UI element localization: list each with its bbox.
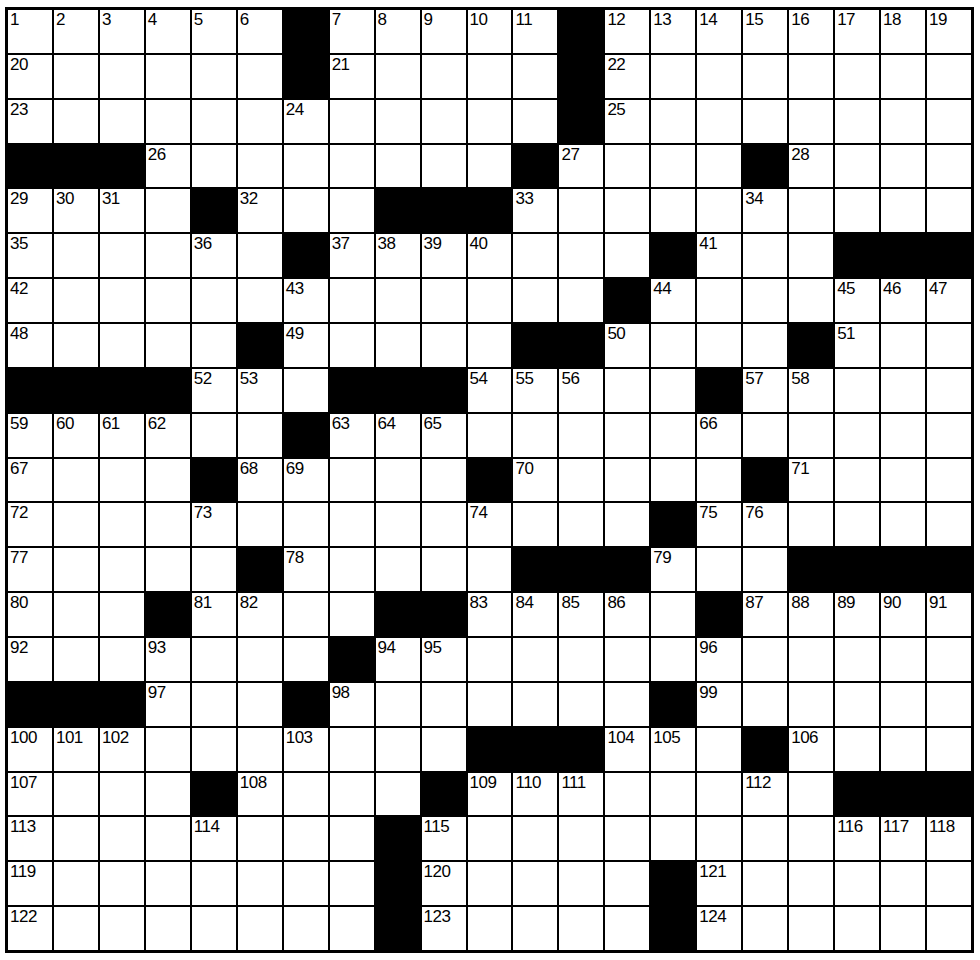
- white-square[interactable]: 83: [468, 593, 512, 636]
- white-square[interactable]: [835, 503, 879, 546]
- white-square[interactable]: [697, 145, 741, 188]
- white-square[interactable]: [238, 55, 282, 98]
- white-square[interactable]: 56: [559, 369, 603, 412]
- white-square[interactable]: 32: [238, 189, 282, 232]
- white-square[interactable]: [605, 234, 649, 277]
- white-square[interactable]: [54, 100, 98, 143]
- white-square[interactable]: 15: [743, 10, 787, 53]
- white-square[interactable]: [743, 55, 787, 98]
- white-square[interactable]: [559, 638, 603, 681]
- white-square[interactable]: 85: [559, 593, 603, 636]
- white-square[interactable]: [146, 100, 190, 143]
- white-square[interactable]: [651, 593, 695, 636]
- white-square[interactable]: 7: [330, 10, 374, 53]
- white-square[interactable]: 58: [789, 369, 833, 412]
- white-square[interactable]: [651, 817, 695, 860]
- white-square[interactable]: [192, 638, 236, 681]
- white-square[interactable]: 48: [8, 324, 52, 367]
- white-square[interactable]: 100: [8, 728, 52, 771]
- white-square[interactable]: 22: [605, 55, 649, 98]
- white-square[interactable]: [697, 817, 741, 860]
- white-square[interactable]: [146, 55, 190, 98]
- white-square[interactable]: 102: [100, 728, 144, 771]
- white-square[interactable]: [743, 862, 787, 905]
- white-square[interactable]: [559, 683, 603, 726]
- white-square[interactable]: [376, 145, 420, 188]
- white-square[interactable]: 113: [8, 817, 52, 860]
- white-square[interactable]: 36: [192, 234, 236, 277]
- white-square[interactable]: 121: [697, 862, 741, 905]
- white-square[interactable]: [697, 279, 741, 322]
- white-square[interactable]: 86: [605, 593, 649, 636]
- white-square[interactable]: [559, 817, 603, 860]
- white-square[interactable]: 28: [789, 145, 833, 188]
- white-square[interactable]: 68: [238, 459, 282, 502]
- white-square[interactable]: [422, 459, 466, 502]
- white-square[interactable]: [100, 503, 144, 546]
- white-square[interactable]: [54, 459, 98, 502]
- white-square[interactable]: [468, 55, 512, 98]
- white-square[interactable]: [192, 907, 236, 950]
- white-square[interactable]: 95: [422, 638, 466, 681]
- white-square[interactable]: [54, 593, 98, 636]
- white-square[interactable]: 101: [54, 728, 98, 771]
- white-square[interactable]: [192, 145, 236, 188]
- white-square[interactable]: [743, 817, 787, 860]
- white-square[interactable]: [743, 907, 787, 950]
- white-square[interactable]: [54, 907, 98, 950]
- white-square[interactable]: [284, 638, 328, 681]
- white-square[interactable]: 114: [192, 817, 236, 860]
- white-square[interactable]: 57: [743, 369, 787, 412]
- white-square[interactable]: [697, 100, 741, 143]
- white-square[interactable]: [789, 55, 833, 98]
- white-square[interactable]: [376, 773, 420, 816]
- white-square[interactable]: [100, 459, 144, 502]
- white-square[interactable]: 124: [697, 907, 741, 950]
- white-square[interactable]: 60: [54, 414, 98, 457]
- white-square[interactable]: [559, 862, 603, 905]
- white-square[interactable]: [468, 414, 512, 457]
- white-square[interactable]: [192, 683, 236, 726]
- white-square[interactable]: [881, 324, 925, 367]
- white-square[interactable]: [192, 55, 236, 98]
- white-square[interactable]: [927, 907, 971, 950]
- white-square[interactable]: 9: [422, 10, 466, 53]
- white-square[interactable]: [146, 862, 190, 905]
- white-square[interactable]: 55: [513, 369, 557, 412]
- white-square[interactable]: [789, 279, 833, 322]
- white-square[interactable]: 35: [8, 234, 52, 277]
- white-square[interactable]: 84: [513, 593, 557, 636]
- white-square[interactable]: [605, 459, 649, 502]
- white-square[interactable]: 118: [927, 817, 971, 860]
- white-square[interactable]: [330, 593, 374, 636]
- white-square[interactable]: 82: [238, 593, 282, 636]
- white-square[interactable]: 106: [789, 728, 833, 771]
- white-square[interactable]: [927, 100, 971, 143]
- white-square[interactable]: [422, 279, 466, 322]
- white-square[interactable]: [743, 324, 787, 367]
- white-square[interactable]: 44: [651, 279, 695, 322]
- white-square[interactable]: [789, 414, 833, 457]
- white-square[interactable]: [927, 503, 971, 546]
- white-square[interactable]: [376, 279, 420, 322]
- white-square[interactable]: [468, 907, 512, 950]
- white-square[interactable]: 6: [238, 10, 282, 53]
- white-square[interactable]: 105: [651, 728, 695, 771]
- white-square[interactable]: 97: [146, 683, 190, 726]
- white-square[interactable]: [422, 683, 466, 726]
- white-square[interactable]: [559, 234, 603, 277]
- white-square[interactable]: 117: [881, 817, 925, 860]
- white-square[interactable]: [238, 145, 282, 188]
- white-square[interactable]: 112: [743, 773, 787, 816]
- white-square[interactable]: 74: [468, 503, 512, 546]
- white-square[interactable]: [100, 548, 144, 591]
- white-square[interactable]: 77: [8, 548, 52, 591]
- white-square[interactable]: [743, 279, 787, 322]
- white-square[interactable]: [238, 907, 282, 950]
- white-square[interactable]: [422, 145, 466, 188]
- white-square[interactable]: [697, 459, 741, 502]
- white-square[interactable]: [146, 324, 190, 367]
- white-square[interactable]: 47: [927, 279, 971, 322]
- white-square[interactable]: 29: [8, 189, 52, 232]
- white-square[interactable]: [146, 548, 190, 591]
- white-square[interactable]: [559, 907, 603, 950]
- white-square[interactable]: [422, 728, 466, 771]
- white-square[interactable]: 52: [192, 369, 236, 412]
- white-square[interactable]: 5: [192, 10, 236, 53]
- white-square[interactable]: [284, 773, 328, 816]
- white-square[interactable]: 12: [605, 10, 649, 53]
- white-square[interactable]: [100, 638, 144, 681]
- white-square[interactable]: [927, 55, 971, 98]
- white-square[interactable]: [789, 773, 833, 816]
- white-square[interactable]: 45: [835, 279, 879, 322]
- white-square[interactable]: 63: [330, 414, 374, 457]
- white-square[interactable]: [881, 503, 925, 546]
- white-square[interactable]: [789, 100, 833, 143]
- white-square[interactable]: [881, 638, 925, 681]
- white-square[interactable]: [605, 773, 649, 816]
- white-square[interactable]: [743, 234, 787, 277]
- white-square[interactable]: 40: [468, 234, 512, 277]
- white-square[interactable]: [330, 817, 374, 860]
- white-square[interactable]: [789, 817, 833, 860]
- white-square[interactable]: [376, 55, 420, 98]
- white-square[interactable]: [835, 369, 879, 412]
- white-square[interactable]: 123: [422, 907, 466, 950]
- white-square[interactable]: 1: [8, 10, 52, 53]
- white-square[interactable]: [146, 503, 190, 546]
- white-square[interactable]: [835, 100, 879, 143]
- white-square[interactable]: [376, 100, 420, 143]
- white-square[interactable]: [835, 189, 879, 232]
- white-square[interactable]: 116: [835, 817, 879, 860]
- white-square[interactable]: [376, 324, 420, 367]
- white-square[interactable]: [146, 234, 190, 277]
- white-square[interactable]: [100, 862, 144, 905]
- white-square[interactable]: [146, 459, 190, 502]
- white-square[interactable]: [54, 503, 98, 546]
- white-square[interactable]: [513, 862, 557, 905]
- white-square[interactable]: [651, 414, 695, 457]
- white-square[interactable]: [54, 279, 98, 322]
- white-square[interactable]: [54, 234, 98, 277]
- white-square[interactable]: [146, 279, 190, 322]
- white-square[interactable]: 59: [8, 414, 52, 457]
- white-square[interactable]: [54, 862, 98, 905]
- white-square[interactable]: [238, 638, 282, 681]
- white-square[interactable]: [881, 189, 925, 232]
- white-square[interactable]: 61: [100, 414, 144, 457]
- white-square[interactable]: [881, 459, 925, 502]
- white-square[interactable]: 14: [697, 10, 741, 53]
- white-square[interactable]: [697, 728, 741, 771]
- white-square[interactable]: 91: [927, 593, 971, 636]
- white-square[interactable]: [651, 638, 695, 681]
- white-square[interactable]: 37: [330, 234, 374, 277]
- white-square[interactable]: [835, 55, 879, 98]
- white-square[interactable]: [789, 907, 833, 950]
- white-square[interactable]: [513, 907, 557, 950]
- white-square[interactable]: [422, 503, 466, 546]
- white-square[interactable]: 87: [743, 593, 787, 636]
- white-square[interactable]: [238, 279, 282, 322]
- white-square[interactable]: 42: [8, 279, 52, 322]
- white-square[interactable]: [605, 189, 649, 232]
- white-square[interactable]: [284, 593, 328, 636]
- white-square[interactable]: [330, 503, 374, 546]
- white-square[interactable]: [513, 683, 557, 726]
- white-square[interactable]: [330, 459, 374, 502]
- white-square[interactable]: [881, 683, 925, 726]
- white-square[interactable]: 94: [376, 638, 420, 681]
- white-square[interactable]: [835, 145, 879, 188]
- white-square[interactable]: [789, 189, 833, 232]
- white-square[interactable]: 62: [146, 414, 190, 457]
- white-square[interactable]: 46: [881, 279, 925, 322]
- white-square[interactable]: [192, 548, 236, 591]
- white-square[interactable]: 69: [284, 459, 328, 502]
- white-square[interactable]: [605, 907, 649, 950]
- white-square[interactable]: 50: [605, 324, 649, 367]
- white-square[interactable]: [284, 145, 328, 188]
- white-square[interactable]: 122: [8, 907, 52, 950]
- white-square[interactable]: [330, 862, 374, 905]
- white-square[interactable]: 3: [100, 10, 144, 53]
- white-square[interactable]: [513, 503, 557, 546]
- white-square[interactable]: 39: [422, 234, 466, 277]
- white-square[interactable]: [513, 414, 557, 457]
- white-square[interactable]: [513, 638, 557, 681]
- white-square[interactable]: [605, 145, 649, 188]
- white-square[interactable]: [100, 100, 144, 143]
- white-square[interactable]: [881, 862, 925, 905]
- white-square[interactable]: [835, 459, 879, 502]
- white-square[interactable]: 34: [743, 189, 787, 232]
- white-square[interactable]: [468, 817, 512, 860]
- white-square[interactable]: [54, 817, 98, 860]
- white-square[interactable]: 111: [559, 773, 603, 816]
- white-square[interactable]: [559, 189, 603, 232]
- white-square[interactable]: 51: [835, 324, 879, 367]
- white-square[interactable]: [422, 324, 466, 367]
- white-square[interactable]: [927, 145, 971, 188]
- white-square[interactable]: [881, 145, 925, 188]
- white-square[interactable]: [743, 683, 787, 726]
- white-square[interactable]: 13: [651, 10, 695, 53]
- white-square[interactable]: [238, 414, 282, 457]
- white-square[interactable]: [146, 817, 190, 860]
- white-square[interactable]: [192, 324, 236, 367]
- white-square[interactable]: 80: [8, 593, 52, 636]
- white-square[interactable]: [468, 638, 512, 681]
- white-square[interactable]: 72: [8, 503, 52, 546]
- white-square[interactable]: [927, 638, 971, 681]
- white-square[interactable]: [605, 414, 649, 457]
- white-square[interactable]: [100, 593, 144, 636]
- white-square[interactable]: [881, 907, 925, 950]
- white-square[interactable]: 66: [697, 414, 741, 457]
- white-square[interactable]: 38: [376, 234, 420, 277]
- white-square[interactable]: [605, 683, 649, 726]
- white-square[interactable]: 104: [605, 728, 649, 771]
- white-square[interactable]: 93: [146, 638, 190, 681]
- white-square[interactable]: 67: [8, 459, 52, 502]
- white-square[interactable]: [743, 414, 787, 457]
- white-square[interactable]: 33: [513, 189, 557, 232]
- white-square[interactable]: [330, 279, 374, 322]
- white-square[interactable]: [605, 503, 649, 546]
- white-square[interactable]: [238, 862, 282, 905]
- white-square[interactable]: [376, 548, 420, 591]
- white-square[interactable]: 115: [422, 817, 466, 860]
- white-square[interactable]: [651, 324, 695, 367]
- white-square[interactable]: [376, 683, 420, 726]
- white-square[interactable]: [651, 459, 695, 502]
- white-square[interactable]: [605, 817, 649, 860]
- white-square[interactable]: [422, 55, 466, 98]
- white-square[interactable]: [330, 189, 374, 232]
- white-square[interactable]: [927, 414, 971, 457]
- white-square[interactable]: [697, 189, 741, 232]
- white-square[interactable]: [422, 548, 466, 591]
- white-square[interactable]: 43: [284, 279, 328, 322]
- white-square[interactable]: [835, 862, 879, 905]
- white-square[interactable]: [697, 55, 741, 98]
- white-square[interactable]: [146, 773, 190, 816]
- white-square[interactable]: [881, 55, 925, 98]
- white-square[interactable]: [330, 773, 374, 816]
- white-square[interactable]: [927, 862, 971, 905]
- white-square[interactable]: 119: [8, 862, 52, 905]
- white-square[interactable]: [789, 683, 833, 726]
- white-square[interactable]: 19: [927, 10, 971, 53]
- white-square[interactable]: 30: [54, 189, 98, 232]
- white-square[interactable]: [927, 459, 971, 502]
- white-square[interactable]: [100, 279, 144, 322]
- white-square[interactable]: [468, 683, 512, 726]
- white-square[interactable]: [54, 324, 98, 367]
- white-square[interactable]: 120: [422, 862, 466, 905]
- white-square[interactable]: 11: [513, 10, 557, 53]
- white-square[interactable]: 96: [697, 638, 741, 681]
- white-square[interactable]: [927, 189, 971, 232]
- white-square[interactable]: [605, 369, 649, 412]
- white-square[interactable]: [146, 907, 190, 950]
- white-square[interactable]: [697, 773, 741, 816]
- white-square[interactable]: [927, 683, 971, 726]
- white-square[interactable]: [651, 773, 695, 816]
- white-square[interactable]: [468, 100, 512, 143]
- white-square[interactable]: 88: [789, 593, 833, 636]
- white-square[interactable]: [330, 728, 374, 771]
- white-square[interactable]: [192, 414, 236, 457]
- white-square[interactable]: [330, 100, 374, 143]
- white-square[interactable]: 2: [54, 10, 98, 53]
- white-square[interactable]: [468, 548, 512, 591]
- white-square[interactable]: [513, 100, 557, 143]
- white-square[interactable]: 76: [743, 503, 787, 546]
- white-square[interactable]: 18: [881, 10, 925, 53]
- white-square[interactable]: [697, 548, 741, 591]
- white-square[interactable]: [743, 638, 787, 681]
- white-square[interactable]: [468, 324, 512, 367]
- white-square[interactable]: [192, 279, 236, 322]
- white-square[interactable]: [100, 907, 144, 950]
- white-square[interactable]: [835, 414, 879, 457]
- white-square[interactable]: [881, 369, 925, 412]
- white-square[interactable]: [789, 234, 833, 277]
- white-square[interactable]: [54, 638, 98, 681]
- white-square[interactable]: [513, 279, 557, 322]
- white-square[interactable]: [284, 369, 328, 412]
- white-square[interactable]: [513, 817, 557, 860]
- white-square[interactable]: [513, 234, 557, 277]
- white-square[interactable]: 20: [8, 55, 52, 98]
- white-square[interactable]: [559, 459, 603, 502]
- white-square[interactable]: 108: [238, 773, 282, 816]
- white-square[interactable]: 78: [284, 548, 328, 591]
- white-square[interactable]: 24: [284, 100, 328, 143]
- white-square[interactable]: 27: [559, 145, 603, 188]
- white-square[interactable]: 103: [284, 728, 328, 771]
- white-square[interactable]: [238, 728, 282, 771]
- white-square[interactable]: 99: [697, 683, 741, 726]
- white-square[interactable]: [100, 773, 144, 816]
- white-square[interactable]: [192, 100, 236, 143]
- white-square[interactable]: 25: [605, 100, 649, 143]
- white-square[interactable]: 81: [192, 593, 236, 636]
- white-square[interactable]: 41: [697, 234, 741, 277]
- white-square[interactable]: [146, 728, 190, 771]
- white-square[interactable]: [238, 100, 282, 143]
- white-square[interactable]: [927, 369, 971, 412]
- white-square[interactable]: [835, 638, 879, 681]
- white-square[interactable]: 16: [789, 10, 833, 53]
- white-square[interactable]: 31: [100, 189, 144, 232]
- white-square[interactable]: [651, 145, 695, 188]
- white-square[interactable]: [330, 324, 374, 367]
- white-square[interactable]: [881, 100, 925, 143]
- white-square[interactable]: [376, 503, 420, 546]
- white-square[interactable]: [697, 324, 741, 367]
- white-square[interactable]: [330, 907, 374, 950]
- white-square[interactable]: [651, 55, 695, 98]
